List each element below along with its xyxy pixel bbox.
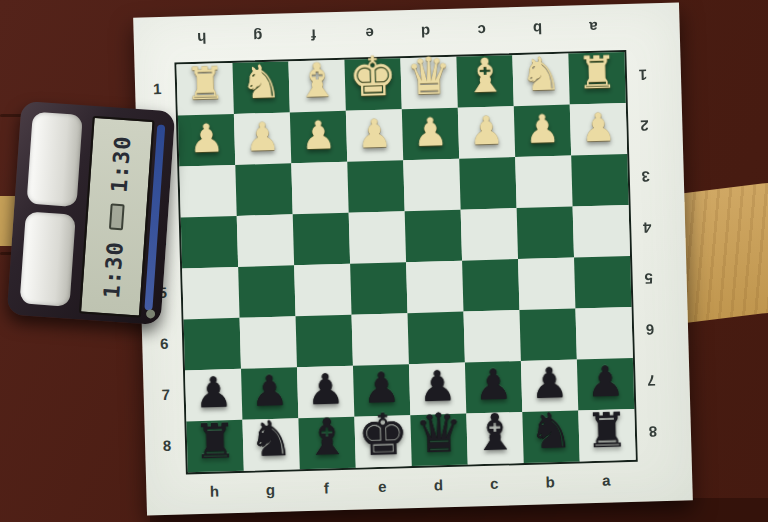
square-f2[interactable]: ♟ — [290, 111, 347, 164]
rank-label-left-7: 7 — [151, 369, 180, 421]
square-a6[interactable] — [575, 307, 632, 360]
square-a3[interactable] — [571, 154, 628, 207]
square-g2[interactable]: ♟ — [234, 112, 291, 165]
square-g4[interactable] — [237, 214, 294, 267]
clock-display: 1:30 1:30 — [79, 116, 155, 318]
square-h4[interactable] — [181, 216, 238, 269]
square-b5[interactable] — [518, 258, 575, 311]
square-d2[interactable]: ♟ — [402, 108, 459, 161]
black-rook[interactable]: ♜ — [585, 405, 629, 454]
square-b2[interactable]: ♟ — [514, 105, 571, 158]
white-queen[interactable]: ♛ — [405, 50, 452, 102]
rank-label-right-5: 5 — [634, 253, 663, 305]
square-g8[interactable]: ♞ — [242, 418, 299, 471]
file-label-bottom-c: c — [466, 467, 523, 499]
white-pawn[interactable]: ♟ — [300, 115, 336, 155]
square-b3[interactable] — [515, 156, 572, 209]
square-h8[interactable]: ♜ — [186, 420, 243, 473]
square-d6[interactable] — [408, 312, 465, 365]
rank-label-right-8: 8 — [638, 406, 667, 458]
black-pawn[interactable]: ♟ — [530, 362, 569, 405]
file-label-bottom-a: a — [578, 464, 635, 496]
table-scene: hgfedcba 12345678 12345678 ♜♞♝♚♛♝♞♜♟♟♟♟♟… — [0, 0, 768, 522]
rank-label-left-6: 6 — [150, 318, 179, 370]
rank-label-right-7: 7 — [637, 355, 666, 407]
square-a8[interactable]: ♜ — [578, 409, 635, 462]
black-king[interactable]: ♚ — [357, 405, 410, 463]
white-pawn[interactable]: ♟ — [468, 110, 504, 150]
square-f8[interactable]: ♝ — [298, 417, 355, 470]
square-e1[interactable]: ♚ — [344, 58, 401, 111]
black-bishop[interactable]: ♝ — [472, 407, 518, 458]
black-pawn[interactable]: ♟ — [586, 360, 625, 403]
file-label-top-c: c — [453, 15, 510, 47]
file-label-bottom-g: g — [242, 473, 299, 505]
clock-move-indicator — [109, 203, 125, 230]
square-f4[interactable] — [293, 213, 350, 266]
white-knight[interactable]: ♞ — [520, 50, 563, 97]
square-c3[interactable] — [459, 157, 516, 210]
rank-label-right-1: 1 — [628, 49, 657, 101]
white-pawn[interactable]: ♟ — [189, 118, 225, 158]
clock-rocker-button-left[interactable] — [27, 112, 83, 207]
black-bishop[interactable]: ♝ — [304, 411, 350, 462]
square-d3[interactable] — [403, 159, 460, 212]
file-label-bottom-f: f — [298, 472, 355, 504]
square-c6[interactable] — [463, 310, 520, 363]
clock-rocker-button-right[interactable] — [20, 211, 76, 306]
file-label-top-f: f — [285, 20, 342, 52]
square-b8[interactable]: ♞ — [522, 410, 579, 463]
square-f6[interactable] — [296, 315, 353, 368]
file-label-top-g: g — [229, 21, 286, 53]
square-g5[interactable] — [238, 265, 295, 318]
square-h5[interactable] — [182, 267, 239, 320]
square-g6[interactable] — [240, 316, 297, 369]
white-pawn[interactable]: ♟ — [244, 116, 280, 156]
black-pawn[interactable]: ♟ — [194, 371, 233, 414]
square-f3[interactable] — [291, 162, 348, 215]
square-h1[interactable]: ♜ — [176, 63, 233, 116]
white-rook[interactable]: ♜ — [184, 60, 226, 106]
square-e3[interactable] — [347, 160, 404, 213]
square-g3[interactable] — [235, 163, 292, 216]
white-rook[interactable]: ♜ — [576, 49, 618, 95]
white-bishop[interactable]: ♝ — [463, 51, 506, 99]
white-pawn[interactable]: ♟ — [356, 113, 392, 153]
square-h2[interactable]: ♟ — [178, 114, 235, 167]
black-pawn[interactable]: ♟ — [474, 363, 513, 406]
square-h3[interactable] — [179, 165, 236, 218]
square-f5[interactable] — [294, 264, 351, 317]
white-bishop[interactable]: ♝ — [295, 55, 338, 103]
clock-time-right: 1:30 — [69, 238, 157, 302]
black-pawn[interactable]: ♟ — [306, 368, 345, 411]
chess-clock: 1:30 1:30 — [7, 101, 176, 325]
file-label-top-a: a — [565, 12, 622, 44]
white-pawn[interactable]: ♟ — [524, 109, 560, 149]
square-b1[interactable]: ♞ — [512, 54, 569, 107]
square-f1[interactable]: ♝ — [288, 60, 345, 113]
rank-label-left-8: 8 — [152, 420, 181, 472]
file-label-bottom-d: d — [410, 469, 467, 501]
square-a1[interactable]: ♜ — [568, 52, 625, 105]
board-grid: ♜♞♝♚♛♝♞♜♟♟♟♟♟♟♟♟♟♟♟♟♟♟♟♟♜♞♝♚♛♝♞♜ — [174, 50, 637, 474]
black-knight[interactable]: ♞ — [528, 406, 573, 456]
rank-label-right-2: 2 — [630, 100, 659, 152]
square-a2[interactable]: ♟ — [570, 103, 627, 156]
white-king[interactable]: ♚ — [348, 49, 398, 104]
black-queen[interactable]: ♛ — [414, 406, 464, 461]
square-e2[interactable]: ♟ — [346, 109, 403, 162]
rank-label-right-6: 6 — [635, 304, 664, 356]
square-d1[interactable]: ♛ — [400, 57, 457, 110]
white-pawn[interactable]: ♟ — [412, 112, 448, 152]
square-h6[interactable] — [184, 318, 241, 371]
black-rook[interactable]: ♜ — [193, 416, 237, 465]
square-d5[interactable] — [406, 261, 463, 314]
square-a4[interactable] — [573, 205, 630, 258]
white-knight[interactable]: ♞ — [240, 58, 283, 105]
square-b6[interactable] — [519, 308, 576, 361]
rank-label-right-4: 4 — [633, 202, 662, 254]
square-g1[interactable]: ♞ — [232, 61, 289, 114]
rank-label-left-1: 1 — [142, 63, 171, 115]
file-label-bottom-b: b — [522, 465, 579, 497]
clock-time-left: 1:30 — [77, 132, 165, 196]
square-c2[interactable]: ♟ — [458, 106, 515, 159]
file-label-top-b: b — [509, 14, 566, 46]
square-e6[interactable] — [352, 313, 409, 366]
square-c1[interactable]: ♝ — [456, 55, 513, 108]
file-label-top-d: d — [397, 17, 454, 49]
square-c5[interactable] — [462, 259, 519, 312]
black-knight[interactable]: ♞ — [248, 414, 293, 464]
square-a5[interactable] — [574, 256, 631, 309]
square-e5[interactable] — [350, 262, 407, 315]
black-pawn[interactable]: ♟ — [250, 370, 289, 413]
square-b4[interactable] — [517, 207, 574, 260]
square-d8[interactable]: ♛ — [410, 414, 467, 467]
square-c4[interactable] — [461, 208, 518, 261]
file-label-bottom-e: e — [354, 470, 411, 502]
chess-board-mat: hgfedcba 12345678 12345678 ♜♞♝♚♛♝♞♜♟♟♟♟♟… — [133, 2, 693, 515]
rank-label-right-3: 3 — [631, 151, 660, 203]
file-label-top-h: h — [173, 23, 230, 55]
square-c8[interactable]: ♝ — [466, 412, 523, 465]
square-d4[interactable] — [405, 210, 462, 263]
square-e8[interactable]: ♚ — [354, 415, 411, 468]
square-e4[interactable] — [349, 211, 406, 264]
file-label-bottom-h: h — [186, 475, 243, 507]
white-pawn[interactable]: ♟ — [580, 107, 616, 147]
